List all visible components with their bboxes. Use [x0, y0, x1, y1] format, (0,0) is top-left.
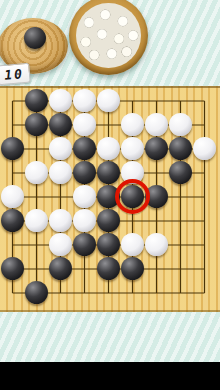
black-stone — [1, 257, 24, 280]
black-stone — [73, 161, 96, 184]
white-stone — [169, 113, 192, 136]
black-stone — [73, 233, 96, 256]
black-stone — [145, 137, 168, 160]
white-stone — [73, 185, 96, 208]
white-stones-bowl — [69, 0, 148, 75]
black-stone — [169, 161, 192, 184]
white-stone — [49, 161, 72, 184]
bottom-black-bar — [0, 362, 220, 390]
black-stone — [97, 233, 120, 256]
black-stone — [73, 137, 96, 160]
black-stone — [97, 257, 120, 280]
black-stone — [1, 137, 24, 160]
white-stone — [49, 209, 72, 232]
black-stone — [49, 257, 72, 280]
black-stone — [121, 257, 144, 280]
white-stones-pile — [76, 3, 141, 68]
bottom-tray: 01 ◍ ✳ — [0, 312, 220, 362]
white-stone — [49, 89, 72, 112]
white-stone — [145, 113, 168, 136]
black-stone — [25, 281, 48, 304]
white-stone — [25, 209, 48, 232]
white-stone — [73, 209, 96, 232]
top-tray: 10 — [0, 0, 220, 86]
black-stone — [25, 113, 48, 136]
go-game-screen: 10 01 ◍ ✳ — [0, 0, 220, 390]
white-stone — [97, 137, 120, 160]
black-stone — [97, 161, 120, 184]
white-stone — [97, 89, 120, 112]
black-stone — [1, 209, 24, 232]
white-stone — [121, 113, 144, 136]
white-stone — [25, 161, 48, 184]
white-stone — [1, 185, 24, 208]
top-capture-counter: 10 — [0, 63, 31, 86]
black-stone — [97, 209, 120, 232]
black-stone — [169, 137, 192, 160]
go-board[interactable] — [0, 86, 220, 312]
black-stone-on-lid — [24, 27, 46, 49]
white-stone — [193, 137, 216, 160]
last-move-marker — [115, 179, 150, 214]
white-stone — [73, 89, 96, 112]
black-stone — [25, 89, 48, 112]
white-stone — [121, 137, 144, 160]
white-stone — [73, 113, 96, 136]
black-stone — [49, 113, 72, 136]
white-stone — [121, 233, 144, 256]
white-stone — [49, 137, 72, 160]
white-stone — [145, 233, 168, 256]
white-stone — [49, 233, 72, 256]
